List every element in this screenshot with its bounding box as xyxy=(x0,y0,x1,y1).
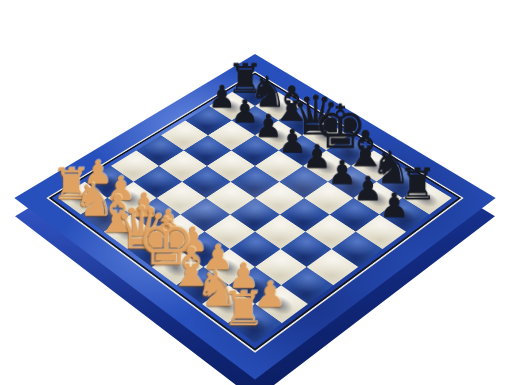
piece-shadow xyxy=(331,140,365,162)
piece-black-pawn: ♟ xyxy=(208,81,236,112)
piece-black-pawn: ♟ xyxy=(231,95,259,126)
square-d6 xyxy=(255,150,303,181)
square-c4 xyxy=(182,165,231,197)
square-c6 xyxy=(231,135,279,166)
piece-black-pawn: ♟ xyxy=(327,156,356,189)
square-f6 xyxy=(304,181,353,214)
frame-pinstripe-white: ♜♞♝♛♚♝♞♜♟♟♟♟♟♟♟♟♟♟♟♟♟♟♟♟♜♞♝♛♚♝♞♜ xyxy=(46,71,463,352)
square-a8: ♜ xyxy=(232,77,277,105)
piece-shadow xyxy=(308,155,342,177)
square-c7: ♟ xyxy=(255,120,302,150)
piece-white-rook: ♜ xyxy=(222,284,264,331)
piece-black-bishop: ♝ xyxy=(270,79,312,126)
piece-black-pawn: ♟ xyxy=(379,188,409,221)
piece-black-queen: ♛ xyxy=(291,87,340,141)
square-b8: ♞ xyxy=(255,91,301,120)
square-c8: ♝ xyxy=(278,105,324,134)
piece-shadow xyxy=(260,96,293,116)
piece-black-king: ♚ xyxy=(313,97,367,157)
piece-black-pawn: ♟ xyxy=(254,110,282,142)
square-a6 xyxy=(185,105,231,134)
square-b5 xyxy=(184,135,232,166)
board-grid: ♜♞♝♛♚♝♞♜♟♟♟♟♟♟♟♟♟♟♟♟♟♟♟♟♜♞♝♛♚♝♞♜ xyxy=(58,77,451,342)
square-b7: ♟ xyxy=(232,105,278,134)
piece-shadow xyxy=(307,125,341,146)
piece-shadow xyxy=(283,110,316,131)
product-photo-scene: ♜♞♝♛♚♝♞♜♟♟♟♟♟♟♟♟♟♟♟♟♟♟♟♟♜♞♝♛♚♝♞♜ xyxy=(0,0,510,385)
square-b6 xyxy=(208,120,255,150)
piece-shadow xyxy=(237,82,269,102)
piece-black-rook: ♜ xyxy=(227,57,263,97)
piece-shadow xyxy=(214,96,247,116)
board-frame: ♜♞♝♛♚♝♞♜♟♟♟♟♟♟♟♟♟♟♟♟♟♟♟♟♜♞♝♛♚♝♞♜ xyxy=(14,53,495,379)
square-a4 xyxy=(136,135,184,166)
chess-board: ♜♞♝♛♚♝♞♜♟♟♟♟♟♟♟♟♟♟♟♟♟♟♟♟♜♞♝♛♚♝♞♜ xyxy=(14,53,495,379)
square-d7: ♟ xyxy=(279,135,327,166)
square-b4 xyxy=(159,150,207,181)
frame-pinstripe-black: ♜♞♝♛♚♝♞♜♟♟♟♟♟♟♟♟♟♟♟♟♟♟♟♟♜♞♝♛♚♝♞♜ xyxy=(49,72,461,350)
square-a5 xyxy=(161,120,208,150)
square-h4 xyxy=(307,249,359,285)
piece-black-pawn: ♟ xyxy=(302,140,331,172)
square-d5 xyxy=(231,165,280,197)
square-c5 xyxy=(207,150,255,181)
piece-black-bishop: ♝ xyxy=(343,124,387,173)
square-d8: ♛ xyxy=(302,120,349,150)
piece-black-knight: ♞ xyxy=(249,70,287,112)
square-a7: ♟ xyxy=(209,91,255,120)
piece-shadow xyxy=(260,125,293,146)
piece-black-pawn: ♟ xyxy=(353,172,383,205)
square-e8: ♚ xyxy=(326,135,374,166)
square-e6 xyxy=(279,165,328,197)
piece-shadow xyxy=(284,140,318,162)
piece-shadow xyxy=(237,110,270,131)
square-e7: ♟ xyxy=(303,150,351,181)
piece-black-pawn: ♟ xyxy=(278,125,307,157)
